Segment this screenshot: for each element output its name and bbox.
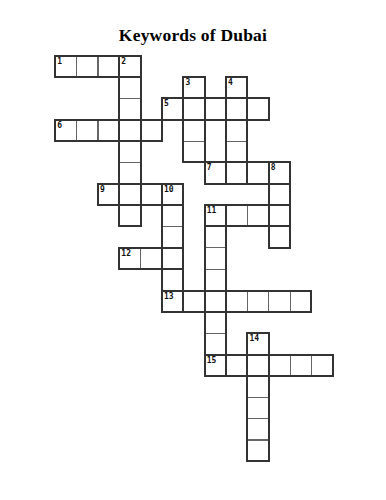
cell-r11-c5[interactable] <box>162 290 184 312</box>
cell-r11-c11[interactable] <box>290 290 312 312</box>
cell-r14-c9[interactable] <box>247 354 269 376</box>
cell-r8-c5[interactable] <box>162 226 184 248</box>
cell-r3-c8[interactable] <box>226 119 248 141</box>
cell-r5-c7[interactable] <box>204 162 226 184</box>
cell-r11-c9[interactable] <box>247 290 269 312</box>
cell-r5-c8[interactable] <box>226 162 248 184</box>
cell-r7-c10[interactable] <box>268 205 290 227</box>
cell-r1-c6[interactable] <box>183 77 205 99</box>
cell-r14-c8[interactable] <box>226 354 248 376</box>
cell-r0-c1[interactable] <box>76 55 98 77</box>
cell-r3-c6[interactable] <box>183 119 205 141</box>
crossword-board: 123456789101112131415 <box>0 0 386 500</box>
cell-r13-c7[interactable] <box>204 333 226 355</box>
cell-r14-c7[interactable] <box>204 354 226 376</box>
cell-r12-c7[interactable] <box>204 311 226 333</box>
cell-r9-c3[interactable] <box>119 247 141 269</box>
cell-r6-c4[interactable] <box>140 183 162 205</box>
cell-r3-c0[interactable] <box>55 119 77 141</box>
cell-r2-c5[interactable] <box>162 98 184 120</box>
cell-r7-c9[interactable] <box>247 205 269 227</box>
cell-r7-c8[interactable] <box>226 205 248 227</box>
cell-r7-c5[interactable] <box>162 205 184 227</box>
cell-r18-c9[interactable] <box>247 440 269 462</box>
cell-r6-c2[interactable] <box>98 183 120 205</box>
cell-r3-c2[interactable] <box>98 119 120 141</box>
cell-r7-c7[interactable] <box>204 205 226 227</box>
cell-r3-c4[interactable] <box>140 119 162 141</box>
cell-r0-c0[interactable] <box>55 55 77 77</box>
cell-r4-c6[interactable] <box>183 141 205 163</box>
cell-r5-c9[interactable] <box>247 162 269 184</box>
cell-r14-c12[interactable] <box>311 354 333 376</box>
cell-r11-c8[interactable] <box>226 290 248 312</box>
page: Keywords of Dubai 123456789101112131415 <box>0 0 386 500</box>
cell-r6-c10[interactable] <box>268 183 290 205</box>
cell-r10-c5[interactable] <box>162 269 184 291</box>
cell-r11-c10[interactable] <box>268 290 290 312</box>
cell-r8-c10[interactable] <box>268 226 290 248</box>
cell-r3-c1[interactable] <box>76 119 98 141</box>
cell-r7-c3[interactable] <box>119 205 141 227</box>
cell-r6-c3[interactable] <box>119 183 141 205</box>
cell-r5-c10[interactable] <box>268 162 290 184</box>
cell-r4-c8[interactable] <box>226 141 248 163</box>
cell-r4-c3[interactable] <box>119 141 141 163</box>
cell-r5-c3[interactable] <box>119 162 141 184</box>
cell-r15-c9[interactable] <box>247 375 269 397</box>
cell-r6-c5[interactable] <box>162 183 184 205</box>
cell-r14-c11[interactable] <box>290 354 312 376</box>
cell-r2-c8[interactable] <box>226 98 248 120</box>
cell-r16-c9[interactable] <box>247 397 269 419</box>
cell-r1-c8[interactable] <box>226 77 248 99</box>
cell-r0-c3[interactable] <box>119 55 141 77</box>
cell-r9-c5[interactable] <box>162 247 184 269</box>
cell-r9-c7[interactable] <box>204 247 226 269</box>
cell-r10-c7[interactable] <box>204 269 226 291</box>
cell-r0-c2[interactable] <box>98 55 120 77</box>
cell-r2-c3[interactable] <box>119 98 141 120</box>
cell-r13-c9[interactable] <box>247 333 269 355</box>
cell-r2-c6[interactable] <box>183 98 205 120</box>
cell-r9-c4[interactable] <box>140 247 162 269</box>
cell-r14-c10[interactable] <box>268 354 290 376</box>
cell-r2-c9[interactable] <box>247 98 269 120</box>
cell-r8-c7[interactable] <box>204 226 226 248</box>
cell-r11-c7[interactable] <box>204 290 226 312</box>
cell-r17-c9[interactable] <box>247 418 269 440</box>
cell-r1-c3[interactable] <box>119 77 141 99</box>
cell-r3-c3[interactable] <box>119 119 141 141</box>
cell-r2-c7[interactable] <box>204 98 226 120</box>
cell-r11-c6[interactable] <box>183 290 205 312</box>
